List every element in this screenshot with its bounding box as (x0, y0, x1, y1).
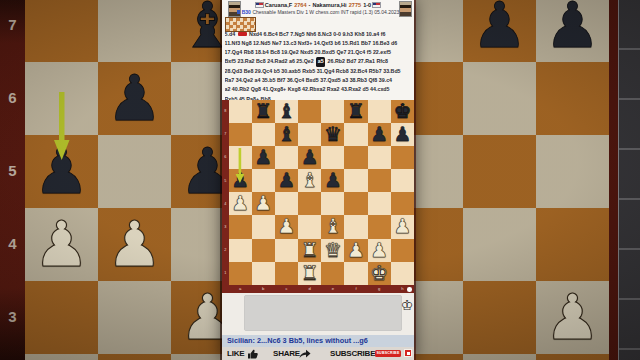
piece-wp-c3: ♟ (275, 215, 298, 238)
square-f1[interactable] (344, 262, 367, 285)
square-a2[interactable] (229, 239, 252, 262)
subscribe-button[interactable]: SUBSCRIBE (375, 350, 401, 358)
move-list-line-6[interactable]: Ra7 34.Qe2 a4 35.b5 Bf7 36.Qc4 Bxd5 37.Q… (225, 76, 413, 85)
square-d2[interactable]: ♜ (298, 239, 321, 262)
move-list-line-4[interactable]: Bxf5 23.Ra2 Bc8 24.Rad2 a6 25.Qe2 a5 26.… (225, 57, 413, 66)
file-label-a: a (229, 285, 252, 293)
move-list-line-5[interactable]: 28.Qd3 Be8 29.Qc4 b5 30.axb5 Rxb5 31.Qg4… (225, 67, 413, 76)
square-a5[interactable]: ♟ (229, 169, 252, 192)
square-e2[interactable]: ♛ (321, 239, 344, 262)
chess-app-window: Caruana,F 2764 - Nakamura,Hi 2775 1-0 B3… (222, 0, 414, 360)
piece-bp-d6: ♟ (298, 146, 321, 169)
square-f7[interactable] (344, 123, 367, 146)
us-flag-icon (256, 3, 263, 7)
square-b1[interactable] (252, 262, 275, 285)
square-c2[interactable] (275, 239, 298, 262)
square-c1[interactable] (275, 262, 298, 285)
square-h2[interactable] (391, 239, 414, 262)
players-line: Caruana,F 2764 - Nakamura,Hi 2775 1-0 (234, 2, 402, 9)
piece-bp-e5: ♟ (321, 169, 344, 192)
square-g1[interactable]: ♚ (368, 262, 391, 285)
like-button[interactable]: LIKE (227, 348, 244, 359)
square-f4[interactable] (344, 192, 367, 215)
game-result: 1-0 (363, 2, 371, 8)
file-label-c: c (275, 285, 298, 293)
piece-wp-g2: ♟ (368, 239, 391, 262)
square-f3[interactable] (344, 215, 367, 238)
red-annotation-badge (238, 32, 247, 36)
square-f5[interactable] (344, 169, 367, 192)
file-labels: abcdefgh (229, 285, 415, 293)
square-g6[interactable] (368, 146, 391, 169)
square-f8[interactable]: ♜ (344, 100, 367, 123)
square-a3[interactable] (229, 215, 252, 238)
subscribe-label: SUBSCRIBE (330, 348, 375, 359)
square-d4[interactable] (298, 192, 321, 215)
square-a6[interactable] (229, 146, 252, 169)
square-h5[interactable] (391, 169, 414, 192)
piece-wb-d5: ♝ (298, 169, 321, 192)
annotation-panel: ♔ (222, 293, 414, 335)
square-h1[interactable] (391, 262, 414, 285)
youtube-icon[interactable] (404, 349, 412, 357)
square-a7[interactable] (229, 123, 252, 146)
square-d5[interactable]: ♝ (298, 169, 321, 192)
piece-wp-a4: ♟ (229, 192, 252, 215)
piece-wp-h3: ♟ (391, 215, 414, 238)
square-h8[interactable]: ♚ (391, 100, 414, 123)
piece-bp-b6: ♟ (252, 146, 275, 169)
square-g2[interactable]: ♟ (368, 239, 391, 262)
us-flag-icon (373, 3, 380, 7)
square-e4[interactable] (321, 192, 344, 215)
square-g4[interactable] (368, 192, 391, 215)
move-list-line-1[interactable]: 5.d4 Nxd4 6.Bc4 Bc7 7.Ng5 Nh6 8.Nc3 0-0 … (225, 30, 413, 39)
video-caption: Sicilian: 2...Nc6 3 Bb5, lines without .… (222, 335, 414, 347)
piece-wp-f2: ♟ (344, 239, 367, 262)
black-player-name: Nakamura,Hi (312, 2, 346, 8)
square-b6[interactable]: ♟ (252, 146, 275, 169)
piece-wr-d1: ♜ (298, 262, 321, 285)
square-f2[interactable]: ♟ (344, 239, 367, 262)
square-c5[interactable]: ♟ (275, 169, 298, 192)
move-list-line-2[interactable]: 11.Nf3 Ng8 12.Nd5 Ne7 13.c3 Nxf3+ 14.Qxf… (225, 39, 413, 48)
piece-bb-c8: ♝ (275, 100, 298, 123)
eco-book-icon (237, 10, 241, 14)
square-a4[interactable]: ♟ (229, 192, 252, 215)
piece-bp-h7: ♟ (391, 123, 414, 146)
square-c8[interactable]: ♝ (275, 100, 298, 123)
square-d8[interactable] (298, 100, 321, 123)
square-e1[interactable] (321, 262, 344, 285)
move-list[interactable]: 5.d4 Nxd4 6.Bc4 Bc7 7.Ng5 Nh6 8.Nc3 0-0 … (225, 30, 413, 100)
piece-br-b8: ♜ (252, 100, 275, 123)
white-player-name: Caruana,F (265, 2, 292, 8)
file-label-e: e (321, 285, 344, 293)
square-c7[interactable]: ♝ (275, 123, 298, 146)
square-h3[interactable]: ♟ (391, 215, 414, 238)
file-label-d: d (298, 285, 321, 293)
square-g7[interactable]: ♟ (368, 123, 391, 146)
square-b3[interactable] (252, 215, 275, 238)
square-d1[interactable]: ♜ (298, 262, 321, 285)
piece-wb-e3: ♝ (321, 215, 344, 238)
file-label-f: f (344, 285, 367, 293)
piece-bb-c7: ♝ (275, 123, 298, 146)
square-e7[interactable]: ♛ (321, 123, 344, 146)
event-line: B30 Chessable Masters Div 1 W chess.com … (234, 9, 402, 16)
screenshot: ♝♛♟♟♟♟♟♟♝♟♟♟♟♝♟♜♛♟♟ 76543 Caruana,F 2764… (0, 0, 640, 360)
square-b2[interactable] (252, 239, 275, 262)
square-b4[interactable]: ♟ (252, 192, 275, 215)
piece-br-f8: ♜ (344, 100, 367, 123)
square-a1[interactable] (229, 262, 252, 285)
piece-bp-a5: ♟ (229, 169, 252, 192)
piece-wq-e2: ♛ (321, 239, 344, 262)
square-f6[interactable] (344, 146, 367, 169)
square-h4[interactable] (391, 192, 414, 215)
game-header: Caruana,F 2764 - Nakamura,Hi 2775 1-0 B3… (222, 0, 414, 16)
square-a8[interactable] (229, 100, 252, 123)
square-d6[interactable]: ♟ (298, 146, 321, 169)
square-h7[interactable]: ♟ (391, 123, 414, 146)
square-e6[interactable] (321, 146, 344, 169)
square-h6[interactable] (391, 146, 414, 169)
piece-wr-d2: ♜ (298, 239, 321, 262)
annotation-box (244, 295, 402, 331)
square-b8[interactable]: ♜ (252, 100, 275, 123)
piece-bq-e7: ♛ (321, 123, 344, 146)
chess-board: 87654321 ♜♝♜♚♝♛♟♟♟♟♟♟♝♟♟♟♟♝♟♜♛♟♟♜♚ abcde… (222, 100, 414, 294)
eco-code: B30 (242, 9, 251, 15)
square-g5[interactable] (368, 169, 391, 192)
square-g3[interactable] (368, 215, 391, 238)
share-button[interactable]: SHARE (273, 348, 300, 359)
chess-king-icon: ♔ (400, 296, 414, 314)
players-separator: - (309, 2, 311, 8)
move-list-line-3[interactable]: 17.Qg4 Rb8 18.b4 Bc8 19.Qe2 Nxd5 20.Bxd5… (225, 48, 413, 57)
thumbs-up-icon[interactable] (247, 349, 258, 359)
square-e5[interactable]: ♟ (321, 169, 344, 192)
piece-bp-g7: ♟ (368, 123, 391, 146)
square-c6[interactable] (275, 146, 298, 169)
file-label-b: b (252, 285, 275, 293)
square-d7[interactable] (298, 123, 321, 146)
square-c4[interactable] (275, 192, 298, 215)
move-list-line-7[interactable]: a2 40.Rb2 Qg8 41.Qxg8+ Kxg8 42.Rbxa2 Rxa… (225, 85, 413, 94)
piece-wp-b4: ♟ (252, 192, 275, 215)
square-e8[interactable] (321, 100, 344, 123)
square-g8[interactable] (368, 100, 391, 123)
square-b7[interactable] (252, 123, 275, 146)
share-arrow-icon[interactable] (298, 349, 311, 359)
piece-wk-g1: ♚ (368, 262, 391, 285)
cta-bar: LIKE SHARE SUBSCRIBE SUBSCRIBE (222, 347, 414, 360)
square-c3[interactable]: ♟ (275, 215, 298, 238)
event-text: Chessable Masters Div 1 W chess.com INT … (252, 9, 399, 15)
piece-bp-c5: ♟ (275, 169, 298, 192)
file-label-g: g (368, 285, 391, 293)
current-move-highlight[interactable]: a5 (316, 57, 325, 66)
square-e3[interactable]: ♝ (321, 215, 344, 238)
white-player-rating: 2764 (294, 2, 306, 8)
square-b5[interactable] (252, 169, 275, 192)
black-player-rating: 2775 (349, 2, 361, 8)
piece-bk-h8: ♚ (391, 100, 414, 123)
square-d3[interactable] (298, 215, 321, 238)
side-to-move-indicator (407, 287, 412, 292)
board-squares: ♜♝♜♚♝♛♟♟♟♟♟♟♝♟♟♟♟♝♟♜♛♟♟♜♚ (229, 100, 415, 286)
